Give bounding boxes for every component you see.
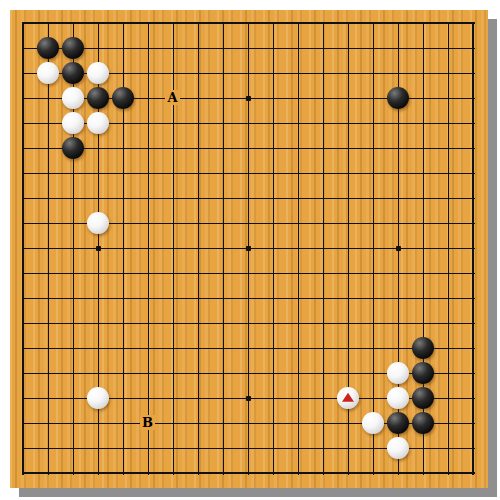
star-point bbox=[246, 96, 251, 101]
stone-black bbox=[412, 337, 434, 359]
grid-hline bbox=[22, 323, 475, 324]
stone-black bbox=[37, 37, 59, 59]
stone-white bbox=[87, 212, 109, 234]
stone-white bbox=[62, 112, 84, 134]
grid-hline bbox=[22, 298, 475, 299]
point-label-A: A bbox=[165, 90, 180, 105]
stone-black bbox=[87, 87, 109, 109]
go-board[interactable]: AB bbox=[10, 10, 488, 488]
grid-vline bbox=[323, 22, 324, 475]
grid-hline bbox=[22, 472, 475, 474]
star-point bbox=[396, 246, 401, 251]
stone-white bbox=[87, 112, 109, 134]
grid-vline bbox=[472, 22, 474, 475]
stone-white bbox=[337, 387, 359, 409]
stone-black bbox=[62, 37, 84, 59]
star-point bbox=[96, 246, 101, 251]
stone-white bbox=[87, 62, 109, 84]
stone-black bbox=[387, 412, 409, 434]
grid-hline bbox=[22, 273, 475, 274]
star-point bbox=[246, 246, 251, 251]
stone-black bbox=[62, 62, 84, 84]
grid-vline bbox=[448, 22, 449, 475]
stone-white bbox=[87, 387, 109, 409]
stone-black bbox=[412, 362, 434, 384]
stone-black bbox=[412, 387, 434, 409]
stone-white bbox=[62, 87, 84, 109]
triangle-marker-icon bbox=[342, 393, 354, 402]
grid-vline bbox=[273, 22, 274, 475]
stone-black bbox=[112, 87, 134, 109]
star-point bbox=[246, 396, 251, 401]
stone-white bbox=[387, 362, 409, 384]
point-label-B: B bbox=[140, 415, 155, 430]
stone-black bbox=[387, 87, 409, 109]
go-diagram-page: { "game": "go", "board_size": 19, "posit… bbox=[0, 0, 500, 500]
stone-black bbox=[62, 137, 84, 159]
grid-vline bbox=[373, 22, 374, 475]
stone-white bbox=[362, 412, 384, 434]
stone-white bbox=[37, 62, 59, 84]
stone-white bbox=[387, 437, 409, 459]
stone-white bbox=[387, 387, 409, 409]
grid-hline bbox=[22, 348, 475, 349]
grid-vline bbox=[298, 22, 299, 475]
stone-black bbox=[412, 412, 434, 434]
